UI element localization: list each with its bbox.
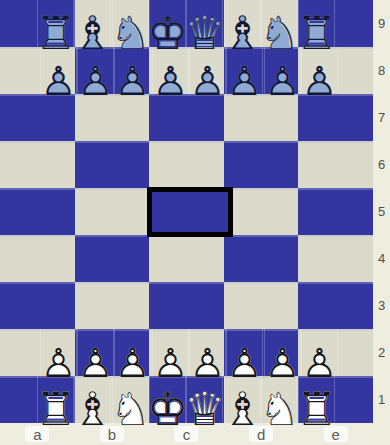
square-b1[interactable] — [75, 376, 150, 423]
file-label-e: e — [324, 426, 348, 442]
square-e8[interactable] — [298, 47, 373, 94]
file-label-a: a — [25, 426, 49, 442]
square-b6[interactable] — [75, 141, 150, 188]
square-c3[interactable] — [149, 282, 224, 329]
file-label-cell-e: e — [298, 423, 373, 445]
rank-label-8: 8 — [373, 47, 390, 94]
rank-label-6: 6 — [373, 141, 390, 188]
square-b3[interactable] — [75, 282, 150, 329]
chess-board-screenshot: ♜♖♝♗♞♘♚♔♛♕♝♗♞♘♜♖♟♙♟♙♟♙♟♙♟♙♟♙♟♙♟♙♟♙♟♙♟♙♟♙… — [0, 0, 390, 445]
rank-label-3: 3 — [373, 282, 390, 329]
rank-label-7: 7 — [373, 94, 390, 141]
square-c7[interactable] — [149, 94, 224, 141]
square-e3[interactable] — [298, 282, 373, 329]
square-d8[interactable] — [224, 47, 299, 94]
rank-label-5: 5 — [373, 188, 390, 235]
rank-labels: 987654321 — [373, 0, 390, 423]
square-b2[interactable] — [75, 329, 150, 376]
file-label-cell-c: c — [149, 423, 224, 445]
rank-label-9: 9 — [373, 0, 390, 47]
square-a2[interactable] — [0, 329, 75, 376]
square-b7[interactable] — [75, 94, 150, 141]
file-label-cell-a: a — [0, 423, 75, 445]
square-b4[interactable] — [75, 235, 150, 282]
square-e4[interactable] — [298, 235, 373, 282]
square-c2[interactable] — [149, 329, 224, 376]
square-a1[interactable] — [0, 376, 75, 423]
square-a4[interactable] — [0, 235, 75, 282]
square-e6[interactable] — [298, 141, 373, 188]
square-c4[interactable] — [149, 235, 224, 282]
file-label-cell-d: d — [224, 423, 299, 445]
square-a9[interactable] — [0, 0, 75, 47]
square-d1[interactable] — [224, 376, 299, 423]
selected-square-highlight-c5 — [147, 187, 233, 237]
rank-label-1: 1 — [373, 376, 390, 423]
square-a8[interactable] — [0, 47, 75, 94]
square-b5[interactable] — [75, 188, 150, 235]
square-e1[interactable] — [298, 376, 373, 423]
square-d5[interactable] — [224, 188, 299, 235]
square-b8[interactable] — [75, 47, 150, 94]
square-c1[interactable] — [149, 376, 224, 423]
square-d3[interactable] — [224, 282, 299, 329]
file-label-cell-b: b — [75, 423, 150, 445]
square-e2[interactable] — [298, 329, 373, 376]
file-label-d: d — [249, 426, 273, 442]
square-e9[interactable] — [298, 0, 373, 47]
square-a3[interactable] — [0, 282, 75, 329]
file-label-b: b — [100, 426, 124, 442]
square-d2[interactable] — [224, 329, 299, 376]
square-c6[interactable] — [149, 141, 224, 188]
file-labels: abcde — [0, 423, 373, 445]
square-d9[interactable] — [224, 0, 299, 47]
rank-label-2: 2 — [373, 329, 390, 376]
square-e7[interactable] — [298, 94, 373, 141]
square-a5[interactable] — [0, 188, 75, 235]
rank-label-4: 4 — [373, 235, 390, 282]
square-d4[interactable] — [224, 235, 299, 282]
square-c8[interactable] — [149, 47, 224, 94]
file-label-c: c — [174, 426, 198, 442]
square-a7[interactable] — [0, 94, 75, 141]
square-d6[interactable] — [224, 141, 299, 188]
square-d7[interactable] — [224, 94, 299, 141]
square-b9[interactable] — [75, 0, 150, 47]
square-c9[interactable] — [149, 0, 224, 47]
square-a6[interactable] — [0, 141, 75, 188]
square-e5[interactable] — [298, 188, 373, 235]
